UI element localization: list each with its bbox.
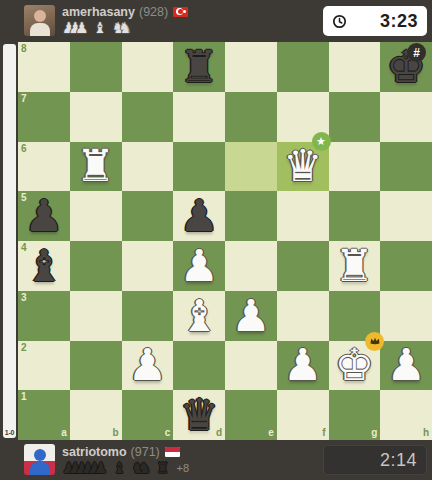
bottom-player-avatar[interactable] — [24, 444, 55, 475]
square-h6[interactable] — [380, 142, 432, 192]
captured-pawn-icon: ♟ — [75, 21, 88, 36]
square-d4[interactable]: ♟ — [173, 241, 225, 291]
avatar-torso — [30, 23, 50, 36]
piece-black-queen[interactable]: ♛ — [173, 390, 225, 440]
square-f4[interactable] — [277, 241, 329, 291]
bottom-player-name[interactable]: satriotomo — [62, 445, 127, 459]
bottom-clock-time: 2:14 — [380, 450, 417, 471]
square-a3[interactable]: 3 — [18, 291, 70, 341]
winner-badge-icon — [365, 332, 384, 351]
top-player-bar: amerhasany (928) ♟♟♟♝♞♞ 3:23 — [0, 0, 432, 42]
piece-white-rook[interactable]: ♜ — [70, 142, 122, 192]
file-label-f: f — [322, 428, 325, 438]
square-a8[interactable]: 8 — [18, 42, 70, 92]
avatar-torso — [30, 462, 50, 475]
star-badge-icon: ★ — [312, 132, 331, 151]
square-g8[interactable] — [329, 42, 381, 92]
square-f6[interactable]: ♛★ — [277, 142, 329, 192]
square-e7[interactable] — [225, 92, 277, 142]
captured-knight-group: ♞♞ — [112, 21, 132, 36]
square-c5[interactable] — [122, 191, 174, 241]
piece-white-rook[interactable]: ♜ — [329, 241, 381, 291]
file-label-a: a — [61, 428, 67, 438]
piece-white-pawn[interactable]: ♟ — [225, 291, 277, 341]
bottom-captured-pieces: ♟♟♟♟♟♟♝♞♞♜+8 — [62, 460, 189, 477]
square-c8[interactable] — [122, 42, 174, 92]
piece-white-pawn[interactable]: ♟ — [277, 341, 329, 391]
checkmate-badge-icon: # — [407, 43, 426, 62]
square-g7[interactable] — [329, 92, 381, 142]
captured-pawn-group: ♟♟♟ — [62, 21, 88, 36]
square-h5[interactable] — [380, 191, 432, 241]
square-b5[interactable] — [70, 191, 122, 241]
square-f8[interactable] — [277, 42, 329, 92]
square-e8[interactable] — [225, 42, 277, 92]
square-b2[interactable] — [70, 341, 122, 391]
piece-white-bishop[interactable]: ♝ — [173, 291, 225, 341]
bottom-player-info: satriotomo (971) ♟♟♟♟♟♟♝♞♞♜+8 — [62, 444, 189, 477]
piece-black-pawn[interactable]: ♟ — [173, 191, 225, 241]
board-area: 1-0 8♜♚#76♜♛★5♟♟4♝♟♜3♝♟2♟♟♚♟1abcd♛efgh — [0, 42, 432, 440]
evaluation-bar: 1-0 — [3, 44, 16, 438]
square-d2[interactable] — [173, 341, 225, 391]
square-e5[interactable] — [225, 191, 277, 241]
rank-label-2: 2 — [21, 343, 27, 353]
file-label-b: b — [112, 428, 118, 438]
captured-knight-icon: ♞ — [118, 21, 131, 36]
square-c4[interactable] — [122, 241, 174, 291]
top-captured-pieces: ♟♟♟♝♞♞ — [62, 20, 188, 37]
top-player-clock: 3:23 — [323, 6, 427, 36]
square-e1[interactable]: e — [225, 390, 277, 440]
square-c6[interactable] — [122, 142, 174, 192]
square-g6[interactable] — [329, 142, 381, 192]
captured-rook-icon: ♜ — [156, 461, 169, 476]
square-f3[interactable] — [277, 291, 329, 341]
square-d1[interactable]: d♛ — [173, 390, 225, 440]
square-c2[interactable]: ♟ — [122, 341, 174, 391]
square-e4[interactable] — [225, 241, 277, 291]
square-h8[interactable]: ♚# — [380, 42, 432, 92]
piece-white-pawn[interactable]: ♟ — [122, 341, 174, 391]
square-g1[interactable]: g — [329, 390, 381, 440]
square-d5[interactable]: ♟ — [173, 191, 225, 241]
square-c3[interactable] — [122, 291, 174, 341]
square-a1[interactable]: 1a — [18, 390, 70, 440]
square-e6[interactable] — [225, 142, 277, 192]
piece-black-rook[interactable]: ♜ — [173, 42, 225, 92]
captured-knight-group: ♞♞ — [131, 461, 151, 476]
square-a7[interactable]: 7 — [18, 92, 70, 142]
bottom-player-clock: 2:14 — [323, 445, 427, 475]
captured-bishop-icon: ♝ — [93, 21, 106, 36]
piece-white-pawn[interactable]: ♟ — [173, 241, 225, 291]
file-label-c: c — [165, 428, 171, 438]
avatar-head — [34, 10, 46, 22]
square-d7[interactable] — [173, 92, 225, 142]
captured-rook-group: ♜ — [156, 461, 169, 476]
square-d6[interactable] — [173, 142, 225, 192]
captured-bishop-group: ♝ — [113, 461, 126, 476]
square-b1[interactable]: b — [70, 390, 122, 440]
square-b6[interactable]: ♜ — [70, 142, 122, 192]
square-a6[interactable]: 6 — [18, 142, 70, 192]
square-a4[interactable]: 4♝ — [18, 241, 70, 291]
square-h2[interactable]: ♟ — [380, 341, 432, 391]
square-d8[interactable]: ♜ — [173, 42, 225, 92]
square-g2[interactable]: ♚ — [329, 341, 381, 391]
chess-board: 8♜♚#76♜♛★5♟♟4♝♟♜3♝♟2♟♟♚♟1abcd♛efgh — [18, 42, 432, 440]
square-h4[interactable] — [380, 241, 432, 291]
square-b7[interactable] — [70, 92, 122, 142]
square-b8[interactable] — [70, 42, 122, 92]
square-g4[interactable]: ♜ — [329, 241, 381, 291]
material-advantage: +8 — [177, 461, 190, 476]
chess-app: amerhasany (928) ♟♟♟♝♞♞ 3:23 1-0 8♜♚#76♜… — [0, 0, 432, 480]
piece-white-pawn[interactable]: ♟ — [380, 341, 432, 391]
square-e2[interactable] — [225, 341, 277, 391]
bottom-player-rating: (971) — [131, 445, 160, 459]
file-label-h: h — [423, 428, 429, 438]
square-f2[interactable]: ♟ — [277, 341, 329, 391]
avatar-head — [34, 449, 46, 461]
square-c7[interactable] — [122, 92, 174, 142]
square-h3[interactable] — [380, 291, 432, 341]
captured-knight-icon: ♞ — [138, 461, 151, 476]
piece-black-pawn[interactable]: ♟ — [18, 191, 70, 241]
top-player-avatar[interactable] — [24, 5, 55, 36]
square-h1[interactable]: h — [380, 390, 432, 440]
top-player-rating: (928) — [139, 5, 168, 19]
top-clock-time: 3:23 — [380, 11, 418, 32]
square-e3[interactable]: ♟ — [225, 291, 277, 341]
square-g5[interactable] — [329, 191, 381, 241]
file-label-g: g — [371, 428, 377, 438]
rank-label-8: 8 — [21, 44, 27, 54]
square-a5[interactable]: 5♟ — [18, 191, 70, 241]
square-b4[interactable] — [70, 241, 122, 291]
rank-label-1: 1 — [21, 392, 27, 402]
captured-pawn-group: ♟♟♟♟♟♟ — [62, 461, 108, 476]
file-label-e: e — [268, 428, 274, 438]
turkey-flag-icon — [173, 7, 188, 17]
captured-bishop-group: ♝ — [93, 21, 106, 36]
top-player-name[interactable]: amerhasany — [62, 5, 135, 19]
clock-icon — [332, 14, 347, 29]
captured-bishop-icon: ♝ — [113, 461, 126, 476]
piece-black-bishop[interactable]: ♝ — [18, 241, 70, 291]
rank-label-7: 7 — [21, 94, 27, 104]
rank-label-3: 3 — [21, 293, 27, 303]
square-f5[interactable] — [277, 191, 329, 241]
square-d3[interactable]: ♝ — [173, 291, 225, 341]
top-player-info: amerhasany (928) ♟♟♟♝♞♞ — [62, 4, 188, 37]
rank-label-6: 6 — [21, 144, 27, 154]
square-h7[interactable] — [380, 92, 432, 142]
square-c1[interactable]: c — [122, 390, 174, 440]
square-f1[interactable]: f — [277, 390, 329, 440]
square-a2[interactable]: 2 — [18, 341, 70, 391]
square-b3[interactable] — [70, 291, 122, 341]
bottom-player-bar: satriotomo (971) ♟♟♟♟♟♟♝♞♞♜+8 2:14 — [0, 440, 432, 480]
game-result: 1-0 — [5, 429, 15, 438]
indonesia-flag-icon — [165, 447, 180, 457]
captured-pawn-icon: ♟ — [94, 461, 107, 476]
